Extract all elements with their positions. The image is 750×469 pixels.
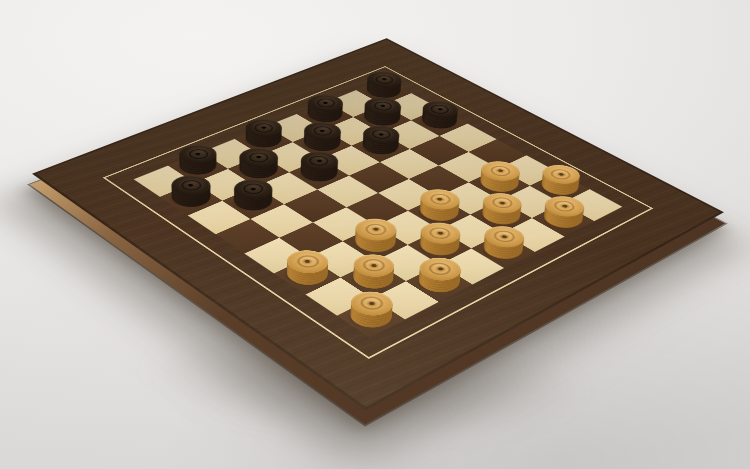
photo-backdrop	[0, 0, 750, 469]
